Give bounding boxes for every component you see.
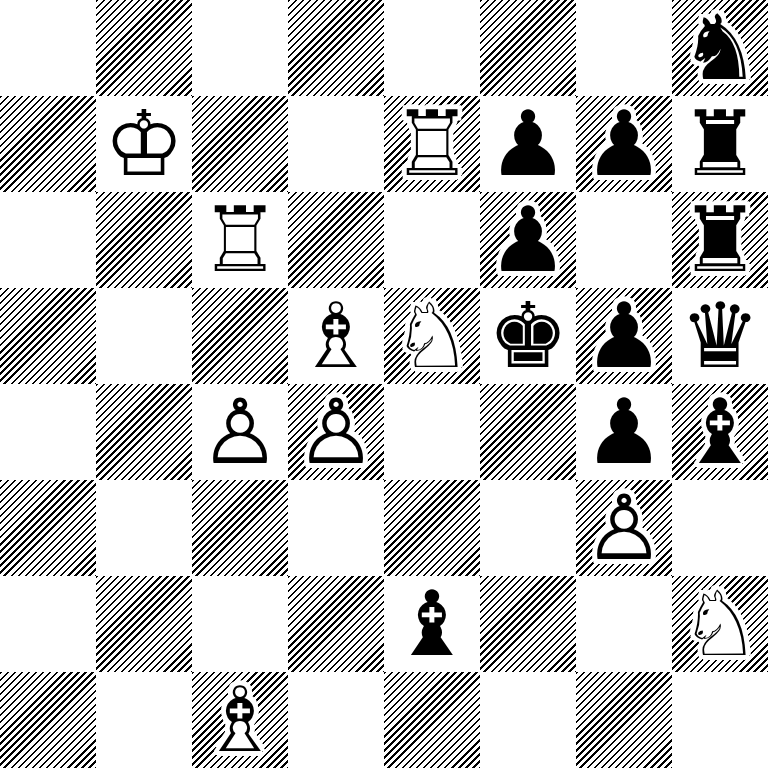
square-b1[interactable] <box>96 672 192 768</box>
black-queen[interactable]: ♛♛ <box>672 288 768 384</box>
square-e6[interactable] <box>384 192 480 288</box>
square-g4[interactable]: ♟♟ <box>576 384 672 480</box>
white-bishop[interactable]: ♝♗ <box>288 288 384 384</box>
square-g3[interactable]: ♟♙ <box>576 480 672 576</box>
black-pawn[interactable]: ♟♟ <box>576 96 672 192</box>
white-rook[interactable]: ♜♖ <box>192 192 288 288</box>
bishop-glyph: ♗ <box>288 288 384 384</box>
pawn-glyph: ♟ <box>576 288 672 384</box>
square-e4[interactable] <box>384 384 480 480</box>
square-f8[interactable] <box>480 0 576 96</box>
white-rook[interactable]: ♜♖ <box>384 96 480 192</box>
square-e2[interactable]: ♝♝ <box>384 576 480 672</box>
queen-glyph: ♛ <box>672 288 768 384</box>
square-a7[interactable] <box>0 96 96 192</box>
square-h5[interactable]: ♛♛ <box>672 288 768 384</box>
square-a8[interactable] <box>0 0 96 96</box>
bishop-glyph: ♗ <box>192 672 288 768</box>
square-d1[interactable] <box>288 672 384 768</box>
black-pawn[interactable]: ♟♟ <box>480 192 576 288</box>
square-c2[interactable] <box>192 576 288 672</box>
black-rook[interactable]: ♜♜ <box>672 192 768 288</box>
black-pawn[interactable]: ♟♟ <box>576 288 672 384</box>
square-g1[interactable] <box>576 672 672 768</box>
square-a3[interactable] <box>0 480 96 576</box>
square-a6[interactable] <box>0 192 96 288</box>
square-c6[interactable]: ♜♖ <box>192 192 288 288</box>
black-rook[interactable]: ♜♜ <box>672 96 768 192</box>
square-d7[interactable] <box>288 96 384 192</box>
knight-glyph: ♘ <box>672 576 768 672</box>
white-pawn[interactable]: ♟♙ <box>192 384 288 480</box>
square-g2[interactable] <box>576 576 672 672</box>
square-b5[interactable] <box>96 288 192 384</box>
square-e8[interactable] <box>384 0 480 96</box>
square-e1[interactable] <box>384 672 480 768</box>
square-a1[interactable] <box>0 672 96 768</box>
square-b8[interactable] <box>96 0 192 96</box>
square-h4[interactable]: ♝♝ <box>672 384 768 480</box>
white-king[interactable]: ♚♔ <box>96 96 192 192</box>
black-pawn[interactable]: ♟♟ <box>576 384 672 480</box>
rook-glyph: ♜ <box>672 96 768 192</box>
square-b4[interactable] <box>96 384 192 480</box>
square-b2[interactable] <box>96 576 192 672</box>
square-h6[interactable]: ♜♜ <box>672 192 768 288</box>
square-f4[interactable] <box>480 384 576 480</box>
white-knight[interactable]: ♞♘ <box>384 288 480 384</box>
square-e7[interactable]: ♜♖ <box>384 96 480 192</box>
king-glyph: ♔ <box>96 96 192 192</box>
square-c4[interactable]: ♟♙ <box>192 384 288 480</box>
square-c5[interactable] <box>192 288 288 384</box>
black-knight[interactable]: ♞♞ <box>672 0 768 96</box>
black-bishop[interactable]: ♝♝ <box>672 384 768 480</box>
square-g7[interactable]: ♟♟ <box>576 96 672 192</box>
rook-glyph: ♜ <box>672 192 768 288</box>
square-f5[interactable]: ♚♚ <box>480 288 576 384</box>
square-d6[interactable] <box>288 192 384 288</box>
black-bishop[interactable]: ♝♝ <box>384 576 480 672</box>
square-e5[interactable]: ♞♘ <box>384 288 480 384</box>
square-a4[interactable] <box>0 384 96 480</box>
pawn-glyph: ♟ <box>480 192 576 288</box>
square-h7[interactable]: ♜♜ <box>672 96 768 192</box>
white-pawn[interactable]: ♟♙ <box>576 480 672 576</box>
square-g6[interactable] <box>576 192 672 288</box>
square-b3[interactable] <box>96 480 192 576</box>
square-d3[interactable] <box>288 480 384 576</box>
square-f3[interactable] <box>480 480 576 576</box>
knight-glyph: ♘ <box>384 288 480 384</box>
square-b6[interactable] <box>96 192 192 288</box>
square-c8[interactable] <box>192 0 288 96</box>
square-c3[interactable] <box>192 480 288 576</box>
square-d8[interactable] <box>288 0 384 96</box>
black-king[interactable]: ♚♚ <box>480 288 576 384</box>
square-f2[interactable] <box>480 576 576 672</box>
square-c7[interactable] <box>192 96 288 192</box>
square-h1[interactable] <box>672 672 768 768</box>
king-glyph: ♚ <box>480 288 576 384</box>
white-bishop[interactable]: ♝♗ <box>192 672 288 768</box>
square-d2[interactable] <box>288 576 384 672</box>
pawn-glyph: ♙ <box>576 480 672 576</box>
black-pawn[interactable]: ♟♟ <box>480 96 576 192</box>
square-g5[interactable]: ♟♟ <box>576 288 672 384</box>
square-a5[interactable] <box>0 288 96 384</box>
pawn-glyph: ♙ <box>192 384 288 480</box>
knight-glyph: ♞ <box>672 0 768 96</box>
rook-glyph: ♖ <box>384 96 480 192</box>
square-d4[interactable]: ♟♙ <box>288 384 384 480</box>
pawn-glyph: ♟ <box>576 96 672 192</box>
square-h2[interactable]: ♞♘ <box>672 576 768 672</box>
square-d5[interactable]: ♝♗ <box>288 288 384 384</box>
square-f6[interactable]: ♟♟ <box>480 192 576 288</box>
square-c1[interactable]: ♝♗ <box>192 672 288 768</box>
white-knight[interactable]: ♞♘ <box>672 576 768 672</box>
white-pawn[interactable]: ♟♙ <box>288 384 384 480</box>
square-g8[interactable] <box>576 0 672 96</box>
square-a2[interactable] <box>0 576 96 672</box>
square-f1[interactable] <box>480 672 576 768</box>
square-h3[interactable] <box>672 480 768 576</box>
bishop-glyph: ♝ <box>384 576 480 672</box>
square-h8[interactable]: ♞♞ <box>672 0 768 96</box>
pawn-glyph: ♙ <box>288 384 384 480</box>
rook-glyph: ♖ <box>192 192 288 288</box>
bishop-glyph: ♝ <box>672 384 768 480</box>
square-f7[interactable]: ♟♟ <box>480 96 576 192</box>
chess-board: ♞♞♚♔♜♖♟♟♟♟♜♜♜♖♟♟♜♜♝♗♞♘♚♚♟♟♛♛♟♙♟♙♟♟♝♝♟♙♝♝… <box>0 0 768 768</box>
square-e3[interactable] <box>384 480 480 576</box>
pawn-glyph: ♟ <box>576 384 672 480</box>
square-b7[interactable]: ♚♔ <box>96 96 192 192</box>
pawn-glyph: ♟ <box>480 96 576 192</box>
